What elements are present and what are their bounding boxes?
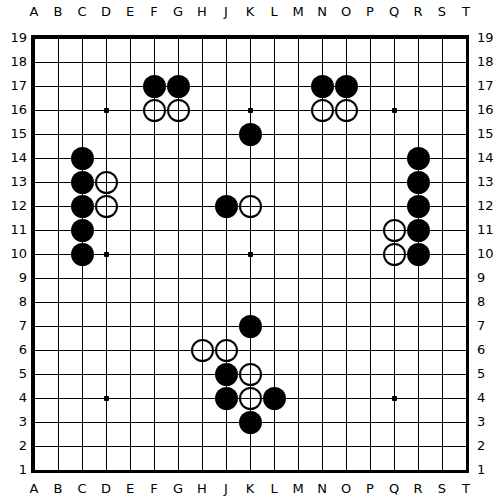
intersection-M9[interactable] [286, 266, 310, 290]
intersection-N4[interactable] [310, 386, 334, 410]
intersection-F14[interactable] [142, 146, 166, 170]
intersection-P13[interactable] [358, 170, 382, 194]
intersection-D13[interactable] [94, 170, 118, 194]
intersection-H16[interactable] [190, 98, 214, 122]
intersection-M10[interactable] [286, 242, 310, 266]
intersection-C14[interactable] [70, 146, 94, 170]
intersection-C13[interactable] [70, 170, 94, 194]
intersection-O11[interactable] [334, 218, 358, 242]
intersection-N9[interactable] [310, 266, 334, 290]
intersection-R5[interactable] [406, 362, 430, 386]
intersection-M12[interactable] [286, 194, 310, 218]
intersection-T11[interactable] [454, 218, 478, 242]
intersection-B5[interactable] [46, 362, 70, 386]
intersection-S4[interactable] [430, 386, 454, 410]
intersection-P4[interactable] [358, 386, 382, 410]
intersection-A6[interactable] [22, 338, 46, 362]
intersection-A4[interactable] [22, 386, 46, 410]
intersection-E5[interactable] [118, 362, 142, 386]
intersection-Q16[interactable] [382, 98, 406, 122]
intersection-T3[interactable] [454, 410, 478, 434]
intersection-P12[interactable] [358, 194, 382, 218]
intersection-P5[interactable] [358, 362, 382, 386]
intersection-R12[interactable] [406, 194, 430, 218]
intersection-Q4[interactable] [382, 386, 406, 410]
intersection-L15[interactable] [262, 122, 286, 146]
intersection-A3[interactable] [22, 410, 46, 434]
intersection-Q2[interactable] [382, 434, 406, 458]
intersection-Q11[interactable] [382, 218, 406, 242]
intersection-B13[interactable] [46, 170, 70, 194]
intersection-K12[interactable] [238, 194, 262, 218]
intersection-L9[interactable] [262, 266, 286, 290]
intersection-F9[interactable] [142, 266, 166, 290]
intersection-C3[interactable] [70, 410, 94, 434]
intersection-E13[interactable] [118, 170, 142, 194]
intersection-R2[interactable] [406, 434, 430, 458]
intersection-K11[interactable] [238, 218, 262, 242]
intersection-T7[interactable] [454, 314, 478, 338]
intersection-L13[interactable] [262, 170, 286, 194]
intersection-C17[interactable] [70, 74, 94, 98]
intersection-A9[interactable] [22, 266, 46, 290]
intersection-R4[interactable] [406, 386, 430, 410]
intersection-D18[interactable] [94, 50, 118, 74]
intersection-G16[interactable] [166, 98, 190, 122]
intersection-M1[interactable] [286, 458, 310, 482]
intersection-H11[interactable] [190, 218, 214, 242]
intersection-D4[interactable] [94, 386, 118, 410]
intersection-E17[interactable] [118, 74, 142, 98]
intersection-P6[interactable] [358, 338, 382, 362]
intersection-T13[interactable] [454, 170, 478, 194]
intersection-N2[interactable] [310, 434, 334, 458]
intersection-C10[interactable] [70, 242, 94, 266]
intersection-J10[interactable] [214, 242, 238, 266]
intersection-J4[interactable] [214, 386, 238, 410]
intersection-R13[interactable] [406, 170, 430, 194]
intersection-R9[interactable] [406, 266, 430, 290]
intersection-P1[interactable] [358, 458, 382, 482]
intersection-L5[interactable] [262, 362, 286, 386]
intersection-G6[interactable] [166, 338, 190, 362]
intersection-G4[interactable] [166, 386, 190, 410]
intersection-D15[interactable] [94, 122, 118, 146]
intersection-S15[interactable] [430, 122, 454, 146]
intersection-T19[interactable] [454, 26, 478, 50]
intersection-O3[interactable] [334, 410, 358, 434]
intersection-C18[interactable] [70, 50, 94, 74]
intersection-T1[interactable] [454, 458, 478, 482]
intersection-J1[interactable] [214, 458, 238, 482]
intersection-T8[interactable] [454, 290, 478, 314]
intersection-R14[interactable] [406, 146, 430, 170]
intersection-E15[interactable] [118, 122, 142, 146]
intersection-H17[interactable] [190, 74, 214, 98]
intersection-T4[interactable] [454, 386, 478, 410]
intersection-M5[interactable] [286, 362, 310, 386]
intersection-O14[interactable] [334, 146, 358, 170]
intersection-F17[interactable] [142, 74, 166, 98]
intersection-R8[interactable] [406, 290, 430, 314]
intersection-Q5[interactable] [382, 362, 406, 386]
intersection-L10[interactable] [262, 242, 286, 266]
intersection-S5[interactable] [430, 362, 454, 386]
intersection-R1[interactable] [406, 458, 430, 482]
intersection-D6[interactable] [94, 338, 118, 362]
intersection-P10[interactable] [358, 242, 382, 266]
intersection-T17[interactable] [454, 74, 478, 98]
intersection-E16[interactable] [118, 98, 142, 122]
intersection-M17[interactable] [286, 74, 310, 98]
intersection-Q17[interactable] [382, 74, 406, 98]
intersection-C19[interactable] [70, 26, 94, 50]
intersection-N8[interactable] [310, 290, 334, 314]
intersection-F16[interactable] [142, 98, 166, 122]
intersection-P7[interactable] [358, 314, 382, 338]
intersection-B2[interactable] [46, 434, 70, 458]
intersection-N11[interactable] [310, 218, 334, 242]
intersection-A8[interactable] [22, 290, 46, 314]
intersection-K19[interactable] [238, 26, 262, 50]
intersection-G17[interactable] [166, 74, 190, 98]
intersection-P15[interactable] [358, 122, 382, 146]
intersection-J13[interactable] [214, 170, 238, 194]
intersection-Q3[interactable] [382, 410, 406, 434]
intersection-D17[interactable] [94, 74, 118, 98]
intersection-P9[interactable] [358, 266, 382, 290]
intersection-N15[interactable] [310, 122, 334, 146]
intersection-A11[interactable] [22, 218, 46, 242]
intersection-O4[interactable] [334, 386, 358, 410]
intersection-L18[interactable] [262, 50, 286, 74]
go-board[interactable]: ●●●●●●●●●●●●●●●●●●●●●○○○○○○○○○○○○○ [22, 26, 478, 482]
intersection-R15[interactable] [406, 122, 430, 146]
intersection-A10[interactable] [22, 242, 46, 266]
intersection-K13[interactable] [238, 170, 262, 194]
intersection-A19[interactable] [22, 26, 46, 50]
intersection-H10[interactable] [190, 242, 214, 266]
intersection-H8[interactable] [190, 290, 214, 314]
intersection-H4[interactable] [190, 386, 214, 410]
intersection-R18[interactable] [406, 50, 430, 74]
intersection-P11[interactable] [358, 218, 382, 242]
intersection-N19[interactable] [310, 26, 334, 50]
intersection-M16[interactable] [286, 98, 310, 122]
intersection-R7[interactable] [406, 314, 430, 338]
intersection-G19[interactable] [166, 26, 190, 50]
intersection-Q9[interactable] [382, 266, 406, 290]
intersection-O8[interactable] [334, 290, 358, 314]
intersection-N10[interactable] [310, 242, 334, 266]
intersection-S2[interactable] [430, 434, 454, 458]
intersection-E14[interactable] [118, 146, 142, 170]
intersection-G11[interactable] [166, 218, 190, 242]
intersection-N7[interactable] [310, 314, 334, 338]
intersection-D2[interactable] [94, 434, 118, 458]
intersection-L3[interactable] [262, 410, 286, 434]
intersection-Q8[interactable] [382, 290, 406, 314]
intersection-K1[interactable] [238, 458, 262, 482]
intersection-F18[interactable] [142, 50, 166, 74]
intersection-Q14[interactable] [382, 146, 406, 170]
intersection-D14[interactable] [94, 146, 118, 170]
intersection-J7[interactable] [214, 314, 238, 338]
intersection-F2[interactable] [142, 434, 166, 458]
intersection-A12[interactable] [22, 194, 46, 218]
intersection-D7[interactable] [94, 314, 118, 338]
intersection-B14[interactable] [46, 146, 70, 170]
intersection-K4[interactable] [238, 386, 262, 410]
intersection-E4[interactable] [118, 386, 142, 410]
intersection-G7[interactable] [166, 314, 190, 338]
intersection-Q6[interactable] [382, 338, 406, 362]
intersection-T9[interactable] [454, 266, 478, 290]
intersection-R6[interactable] [406, 338, 430, 362]
intersection-D5[interactable] [94, 362, 118, 386]
intersection-G14[interactable] [166, 146, 190, 170]
intersection-O12[interactable] [334, 194, 358, 218]
intersection-S9[interactable] [430, 266, 454, 290]
intersection-L19[interactable] [262, 26, 286, 50]
intersection-T6[interactable] [454, 338, 478, 362]
intersection-J11[interactable] [214, 218, 238, 242]
intersection-T5[interactable] [454, 362, 478, 386]
intersection-K9[interactable] [238, 266, 262, 290]
intersection-S18[interactable] [430, 50, 454, 74]
intersection-P2[interactable] [358, 434, 382, 458]
intersection-H3[interactable] [190, 410, 214, 434]
intersection-B16[interactable] [46, 98, 70, 122]
intersection-H2[interactable] [190, 434, 214, 458]
intersection-D8[interactable] [94, 290, 118, 314]
intersection-F8[interactable] [142, 290, 166, 314]
intersection-D11[interactable] [94, 218, 118, 242]
intersection-G8[interactable] [166, 290, 190, 314]
intersection-H7[interactable] [190, 314, 214, 338]
intersection-O7[interactable] [334, 314, 358, 338]
intersection-C2[interactable] [70, 434, 94, 458]
intersection-L14[interactable] [262, 146, 286, 170]
intersection-C4[interactable] [70, 386, 94, 410]
intersection-J2[interactable] [214, 434, 238, 458]
intersection-S16[interactable] [430, 98, 454, 122]
intersection-S13[interactable] [430, 170, 454, 194]
intersection-A18[interactable] [22, 50, 46, 74]
intersection-N3[interactable] [310, 410, 334, 434]
intersection-K7[interactable] [238, 314, 262, 338]
intersection-S19[interactable] [430, 26, 454, 50]
intersection-G3[interactable] [166, 410, 190, 434]
intersection-J5[interactable] [214, 362, 238, 386]
intersection-N6[interactable] [310, 338, 334, 362]
intersection-H12[interactable] [190, 194, 214, 218]
intersection-E9[interactable] [118, 266, 142, 290]
intersection-E12[interactable] [118, 194, 142, 218]
intersection-E10[interactable] [118, 242, 142, 266]
intersection-J19[interactable] [214, 26, 238, 50]
intersection-P18[interactable] [358, 50, 382, 74]
intersection-C1[interactable] [70, 458, 94, 482]
intersection-B8[interactable] [46, 290, 70, 314]
intersection-G5[interactable] [166, 362, 190, 386]
intersection-G1[interactable] [166, 458, 190, 482]
intersection-J9[interactable] [214, 266, 238, 290]
intersection-D9[interactable] [94, 266, 118, 290]
intersection-F10[interactable] [142, 242, 166, 266]
intersection-L2[interactable] [262, 434, 286, 458]
intersection-L12[interactable] [262, 194, 286, 218]
intersection-N13[interactable] [310, 170, 334, 194]
intersection-J17[interactable] [214, 74, 238, 98]
intersection-L4[interactable] [262, 386, 286, 410]
intersection-M4[interactable] [286, 386, 310, 410]
intersection-D16[interactable] [94, 98, 118, 122]
intersection-G2[interactable] [166, 434, 190, 458]
intersection-H6[interactable] [190, 338, 214, 362]
intersection-T18[interactable] [454, 50, 478, 74]
intersection-O2[interactable] [334, 434, 358, 458]
intersection-S8[interactable] [430, 290, 454, 314]
intersection-E6[interactable] [118, 338, 142, 362]
intersection-B7[interactable] [46, 314, 70, 338]
intersection-T16[interactable] [454, 98, 478, 122]
intersection-E3[interactable] [118, 410, 142, 434]
intersection-Q1[interactable] [382, 458, 406, 482]
intersection-A16[interactable] [22, 98, 46, 122]
intersection-B19[interactable] [46, 26, 70, 50]
intersection-T2[interactable] [454, 434, 478, 458]
intersection-E2[interactable] [118, 434, 142, 458]
intersection-F11[interactable] [142, 218, 166, 242]
intersection-R11[interactable] [406, 218, 430, 242]
intersection-B15[interactable] [46, 122, 70, 146]
intersection-P14[interactable] [358, 146, 382, 170]
intersection-C9[interactable] [70, 266, 94, 290]
intersection-T15[interactable] [454, 122, 478, 146]
intersection-B4[interactable] [46, 386, 70, 410]
intersection-H1[interactable] [190, 458, 214, 482]
intersection-J8[interactable] [214, 290, 238, 314]
intersection-H9[interactable] [190, 266, 214, 290]
intersection-Q19[interactable] [382, 26, 406, 50]
intersection-B17[interactable] [46, 74, 70, 98]
intersection-O5[interactable] [334, 362, 358, 386]
intersection-C12[interactable] [70, 194, 94, 218]
intersection-A1[interactable] [22, 458, 46, 482]
intersection-R17[interactable] [406, 74, 430, 98]
intersection-P16[interactable] [358, 98, 382, 122]
intersection-S14[interactable] [430, 146, 454, 170]
intersection-K6[interactable] [238, 338, 262, 362]
intersection-S10[interactable] [430, 242, 454, 266]
intersection-O10[interactable] [334, 242, 358, 266]
intersection-K2[interactable] [238, 434, 262, 458]
intersection-P19[interactable] [358, 26, 382, 50]
intersection-J3[interactable] [214, 410, 238, 434]
intersection-M2[interactable] [286, 434, 310, 458]
intersection-B11[interactable] [46, 218, 70, 242]
intersection-F6[interactable] [142, 338, 166, 362]
intersection-M19[interactable] [286, 26, 310, 50]
intersection-G15[interactable] [166, 122, 190, 146]
intersection-F13[interactable] [142, 170, 166, 194]
intersection-Q15[interactable] [382, 122, 406, 146]
intersection-B9[interactable] [46, 266, 70, 290]
intersection-A14[interactable] [22, 146, 46, 170]
intersection-D1[interactable] [94, 458, 118, 482]
intersection-R10[interactable] [406, 242, 430, 266]
intersection-A13[interactable] [22, 170, 46, 194]
intersection-E1[interactable] [118, 458, 142, 482]
intersection-P3[interactable] [358, 410, 382, 434]
intersection-C5[interactable] [70, 362, 94, 386]
intersection-F15[interactable] [142, 122, 166, 146]
intersection-K5[interactable] [238, 362, 262, 386]
intersection-E11[interactable] [118, 218, 142, 242]
intersection-T12[interactable] [454, 194, 478, 218]
intersection-O19[interactable] [334, 26, 358, 50]
intersection-L6[interactable] [262, 338, 286, 362]
intersection-S6[interactable] [430, 338, 454, 362]
intersection-S3[interactable] [430, 410, 454, 434]
intersection-R3[interactable] [406, 410, 430, 434]
intersection-Q12[interactable] [382, 194, 406, 218]
intersection-N5[interactable] [310, 362, 334, 386]
intersection-K14[interactable] [238, 146, 262, 170]
intersection-H15[interactable] [190, 122, 214, 146]
intersection-D12[interactable] [94, 194, 118, 218]
intersection-K15[interactable] [238, 122, 262, 146]
intersection-C7[interactable] [70, 314, 94, 338]
intersection-S12[interactable] [430, 194, 454, 218]
intersection-N14[interactable] [310, 146, 334, 170]
intersection-M6[interactable] [286, 338, 310, 362]
intersection-O6[interactable] [334, 338, 358, 362]
intersection-O15[interactable] [334, 122, 358, 146]
intersection-E18[interactable] [118, 50, 142, 74]
intersection-H18[interactable] [190, 50, 214, 74]
intersection-L16[interactable] [262, 98, 286, 122]
intersection-H5[interactable] [190, 362, 214, 386]
intersection-A15[interactable] [22, 122, 46, 146]
intersection-K3[interactable] [238, 410, 262, 434]
intersection-N16[interactable] [310, 98, 334, 122]
intersection-F12[interactable] [142, 194, 166, 218]
intersection-F19[interactable] [142, 26, 166, 50]
intersection-L17[interactable] [262, 74, 286, 98]
intersection-F7[interactable] [142, 314, 166, 338]
intersection-C8[interactable] [70, 290, 94, 314]
intersection-G12[interactable] [166, 194, 190, 218]
intersection-R19[interactable] [406, 26, 430, 50]
intersection-K16[interactable] [238, 98, 262, 122]
intersection-O13[interactable] [334, 170, 358, 194]
intersection-N17[interactable] [310, 74, 334, 98]
intersection-H13[interactable] [190, 170, 214, 194]
intersection-K8[interactable] [238, 290, 262, 314]
intersection-B1[interactable] [46, 458, 70, 482]
intersection-C11[interactable] [70, 218, 94, 242]
intersection-B3[interactable] [46, 410, 70, 434]
intersection-O18[interactable] [334, 50, 358, 74]
intersection-Q18[interactable] [382, 50, 406, 74]
intersection-C16[interactable] [70, 98, 94, 122]
intersection-L1[interactable] [262, 458, 286, 482]
intersection-F1[interactable] [142, 458, 166, 482]
intersection-O9[interactable] [334, 266, 358, 290]
intersection-P8[interactable] [358, 290, 382, 314]
